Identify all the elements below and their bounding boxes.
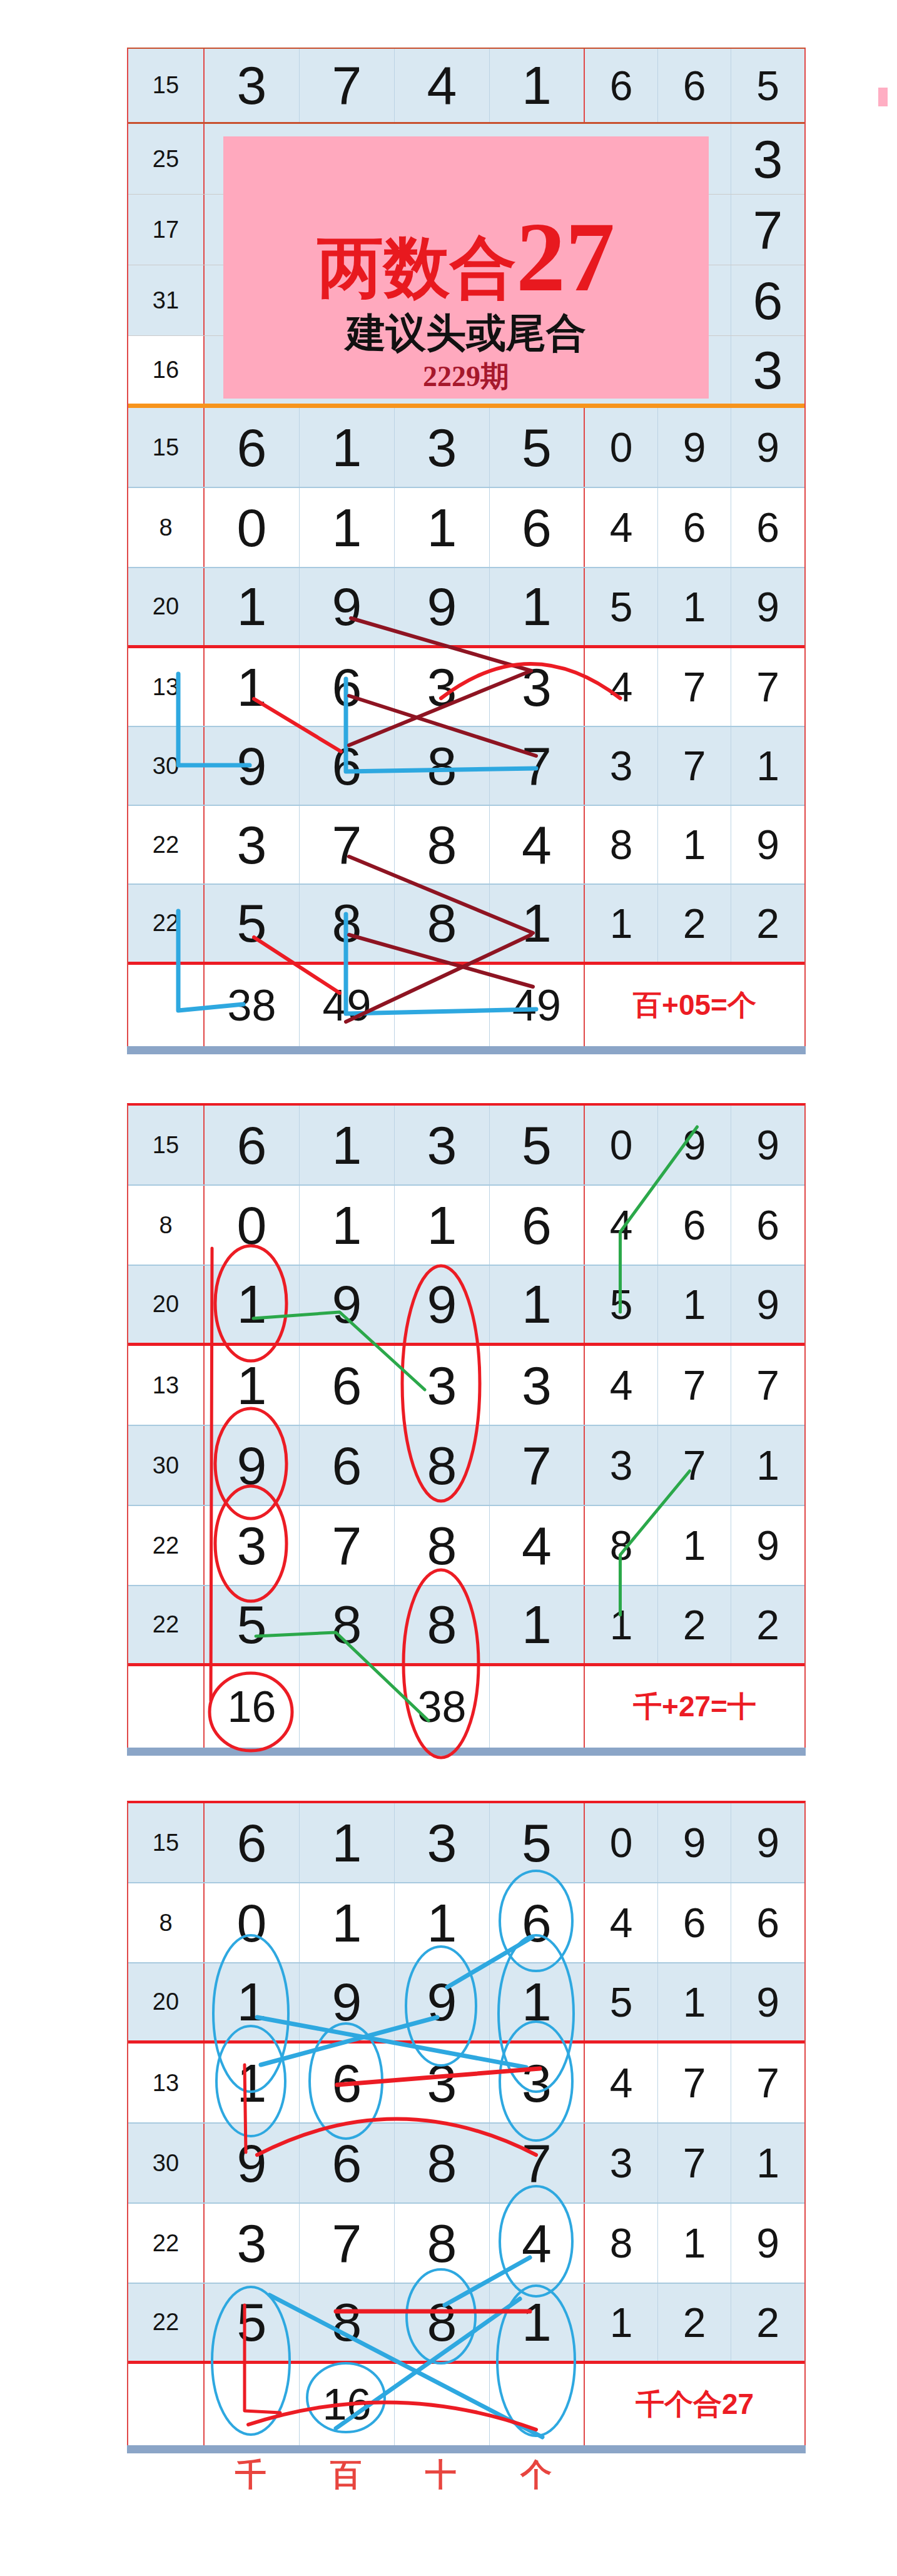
cell: 0 (585, 1106, 658, 1184)
cell: 7 (490, 1426, 585, 1505)
sum-cell (395, 2364, 490, 2445)
cell: 6 (300, 648, 395, 726)
cell: 0 (205, 488, 300, 567)
cell: 9 (395, 1963, 490, 2040)
banner-subtitle: 建议头或尾合 (346, 310, 586, 357)
row-30: 309687371 (128, 727, 804, 806)
cell: 6 (205, 1803, 300, 1882)
cell: 1 (658, 2204, 731, 2283)
cell: 7 (731, 2044, 804, 2122)
banner-title-text: 两数合 (317, 235, 516, 302)
cell: 5 (731, 49, 804, 122)
cell: 5 (585, 568, 658, 645)
cell: 1 (300, 1186, 395, 1265)
cell: 1 (395, 1883, 490, 1962)
bottom-axis: 千 百 十 个 (0, 2454, 897, 2498)
cell: 6 (300, 2044, 395, 2122)
row-20: 201991519 (128, 1963, 804, 2044)
cell: 2 (658, 885, 731, 962)
cell: 6 (731, 488, 804, 567)
cell: 0 (205, 1883, 300, 1962)
row-footer: 1638千+27=十 (128, 1666, 804, 1748)
row-15: 156135099 (128, 1106, 804, 1186)
cell: 8 (300, 1586, 395, 1663)
banner-title-line: 两数合27 (317, 208, 615, 307)
row-label: 20 (128, 568, 205, 645)
cell: 1 (395, 488, 490, 567)
cell: 6 (731, 265, 804, 335)
sum-cell (205, 2364, 300, 2445)
row-label: 22 (128, 2284, 205, 2361)
sum-cell: 49 (490, 965, 585, 1046)
cell: 6 (300, 1346, 395, 1425)
row-label: 8 (128, 1186, 205, 1265)
cell: 0 (205, 1186, 300, 1265)
cell: 3 (205, 806, 300, 883)
cell: 1 (490, 1266, 585, 1343)
cell: 1 (300, 488, 395, 567)
lottery-analysis-sheet: 1537416652531773161631561350998011646620… (0, 0, 897, 2576)
row-footer: 384949百+05=个 (128, 965, 804, 1046)
cell: 1 (205, 568, 300, 645)
row-label: 22 (128, 1506, 205, 1585)
cell: 8 (585, 806, 658, 883)
table-bottom-bar (127, 1748, 806, 1756)
cell: 7 (731, 195, 804, 265)
row-label: 15 (128, 49, 205, 122)
row-label: 13 (128, 648, 205, 726)
cell: 2 (658, 1586, 731, 1663)
cell: 3 (395, 2044, 490, 2122)
table-middle: 1561350998011646620199151913163347730968… (127, 1103, 806, 1748)
pink-corner-mark (878, 88, 888, 106)
row-label: 13 (128, 1346, 205, 1425)
row-label (128, 2364, 205, 2445)
cell: 3 (205, 49, 300, 122)
cell: 1 (300, 1883, 395, 1962)
cell: 0 (585, 408, 658, 487)
cell: 9 (731, 1963, 804, 2040)
cell: 1 (300, 408, 395, 487)
cell: 5 (205, 885, 300, 962)
cell: 9 (731, 408, 804, 487)
cell: 1 (585, 885, 658, 962)
cell: 3 (490, 648, 585, 726)
cell: 6 (731, 1883, 804, 1962)
row-15: 156135099 (128, 408, 804, 488)
cell: 8 (395, 727, 490, 805)
row-22: 225881122 (128, 885, 804, 965)
row-label: 15 (128, 1803, 205, 1882)
cell: 8 (395, 1586, 490, 1663)
row-22: 223784819 (128, 1506, 804, 1586)
row-13: 131633477 (128, 2044, 804, 2124)
cell: 4 (490, 806, 585, 883)
cell: 6 (658, 49, 731, 122)
row-footer: 16千个合27 (128, 2364, 804, 2445)
cell: 6 (658, 488, 731, 567)
cell: 6 (300, 1426, 395, 1505)
prediction-banner: 两数合27 建议头或尾合 2229期 (223, 136, 709, 399)
cell: 4 (585, 488, 658, 567)
cell: 2 (731, 2284, 804, 2361)
note-text: 千+27=十 (585, 1666, 804, 1748)
cell: 1 (490, 885, 585, 962)
cell: 7 (658, 1346, 731, 1425)
cell: 7 (658, 648, 731, 726)
row-label: 17 (128, 195, 205, 265)
axis-label-thousands: 千 (226, 2454, 276, 2496)
cell: 7 (658, 1426, 731, 1505)
cell: 3 (395, 648, 490, 726)
cell: 1 (395, 1186, 490, 1265)
axis-label-ones: 个 (511, 2454, 561, 2496)
row-30: 309687371 (128, 2124, 804, 2204)
cell: 9 (395, 1266, 490, 1343)
cell: 6 (490, 1883, 585, 1962)
row-label: 8 (128, 1883, 205, 1962)
note-text: 千个合27 (585, 2364, 804, 2445)
cell: 7 (490, 727, 585, 805)
cell: 3 (395, 1346, 490, 1425)
cell: 9 (658, 408, 731, 487)
cell: 9 (205, 1426, 300, 1505)
cell: 9 (658, 1106, 731, 1184)
sum-cell (395, 965, 490, 1046)
sum-cell (490, 1666, 585, 1748)
cell: 8 (300, 2284, 395, 2361)
cell: 9 (731, 2204, 804, 2283)
cell: 6 (585, 49, 658, 122)
cell: 6 (490, 1186, 585, 1265)
cell: 9 (205, 2124, 300, 2202)
cell: 7 (300, 2204, 395, 2283)
cell: 4 (585, 1186, 658, 1265)
axis-label-tens: 十 (416, 2454, 466, 2496)
cell: 6 (490, 488, 585, 567)
cell: 9 (300, 1963, 395, 2040)
cell: 3 (585, 727, 658, 805)
cell: 1 (658, 1963, 731, 2040)
cell: 3 (731, 124, 804, 194)
cell: 1 (658, 1266, 731, 1343)
cell: 9 (300, 568, 395, 645)
row-label: 25 (128, 124, 205, 194)
cell: 2 (731, 1586, 804, 1663)
cell: 3 (490, 2044, 585, 2122)
row-label: 15 (128, 408, 205, 487)
row-13: 131633477 (128, 1346, 804, 1426)
cell: 9 (731, 1106, 804, 1184)
cell: 1 (205, 1963, 300, 2040)
cell: 9 (731, 1266, 804, 1343)
cell: 6 (300, 727, 395, 805)
row-label: 8 (128, 488, 205, 567)
cell: 5 (205, 2284, 300, 2361)
cell: 5 (205, 1586, 300, 1663)
cell: 7 (300, 49, 395, 122)
note-text: 百+05=个 (585, 965, 804, 1046)
cell: 8 (395, 806, 490, 883)
cell: 1 (205, 1266, 300, 1343)
cell: 4 (585, 2044, 658, 2122)
cell: 8 (300, 885, 395, 962)
cell: 9 (731, 806, 804, 883)
row-30: 309687371 (128, 1426, 804, 1506)
table-bottom-bar (127, 2445, 806, 2453)
sum-cell: 49 (300, 965, 395, 1046)
cell: 1 (205, 1346, 300, 1425)
cell: 1 (490, 568, 585, 645)
cell: 9 (731, 1506, 804, 1585)
cell: 8 (585, 1506, 658, 1585)
cell: 1 (731, 727, 804, 805)
cell: 1 (205, 2044, 300, 2122)
sum-cell: 38 (205, 965, 300, 1046)
row-label: 16 (128, 336, 205, 404)
row-label: 30 (128, 727, 205, 805)
cell: 6 (205, 408, 300, 487)
sum-cell: 16 (205, 1666, 300, 1748)
row-label (128, 965, 205, 1046)
cell: 6 (205, 1106, 300, 1184)
sum-cell: 38 (395, 1666, 490, 1748)
row-8: 80116466 (128, 1186, 804, 1266)
row-22: 225881122 (128, 2284, 804, 2364)
row-label: 22 (128, 806, 205, 883)
cell: 1 (585, 1586, 658, 1663)
cell: 9 (658, 1803, 731, 1882)
cell: 7 (731, 648, 804, 726)
cell: 8 (395, 1426, 490, 1505)
table-bottom: 1561350998011646620199151913163347730968… (127, 1801, 806, 2445)
cell: 3 (585, 1426, 658, 1505)
cell: 7 (658, 727, 731, 805)
cell: 8 (395, 885, 490, 962)
row-label: 22 (128, 885, 205, 962)
cell: 8 (585, 2204, 658, 2283)
row-label: 30 (128, 2124, 205, 2202)
cell: 1 (300, 1803, 395, 1882)
cell: 9 (395, 568, 490, 645)
cell: 5 (490, 1803, 585, 1882)
cell: 4 (585, 648, 658, 726)
cell: 1 (731, 1426, 804, 1505)
cell: 8 (395, 2204, 490, 2283)
cell: 6 (658, 1883, 731, 1962)
cell: 4 (585, 1883, 658, 1962)
cell: 1 (585, 2284, 658, 2361)
row-label: 31 (128, 265, 205, 335)
cell: 6 (658, 1186, 731, 1265)
cell: 3 (205, 1506, 300, 1585)
row-label: 13 (128, 2044, 205, 2122)
cell: 1 (490, 1963, 585, 2040)
cell: 2 (658, 2284, 731, 2361)
row-8: 80116466 (128, 488, 804, 568)
cell: 3 (585, 2124, 658, 2202)
cell: 1 (658, 568, 731, 645)
row-label: 20 (128, 1266, 205, 1343)
cell: 2 (731, 885, 804, 962)
cell: 9 (300, 1266, 395, 1343)
cell: 4 (395, 49, 490, 122)
cell: 8 (395, 2284, 490, 2361)
cell: 3 (490, 1346, 585, 1425)
cell: 4 (585, 1346, 658, 1425)
row-label (128, 1666, 205, 1748)
cell: 5 (490, 1106, 585, 1184)
cell: 4 (490, 1506, 585, 1585)
row-8: 80116466 (128, 1883, 804, 1963)
cell: 8 (395, 2124, 490, 2202)
cell: 9 (731, 568, 804, 645)
row-label: 20 (128, 1963, 205, 2040)
row-label: 30 (128, 1426, 205, 1505)
cell: 1 (490, 2284, 585, 2361)
cell: 1 (658, 1506, 731, 1585)
table-bottom-bar (127, 1046, 806, 1054)
row-15: 153741665 (128, 49, 804, 124)
cell: 3 (395, 408, 490, 487)
cell: 3 (395, 1106, 490, 1184)
cell: 7 (658, 2044, 731, 2122)
cell: 3 (205, 2204, 300, 2283)
axis-label-hundreds: 百 (321, 2454, 371, 2496)
cell: 7 (731, 1346, 804, 1425)
cell: 1 (731, 2124, 804, 2202)
cell: 0 (585, 1803, 658, 1882)
cell: 6 (300, 2124, 395, 2202)
cell: 9 (205, 727, 300, 805)
row-13: 131633477 (128, 648, 804, 727)
row-15: 156135099 (128, 1803, 804, 1883)
sum-cell (300, 1666, 395, 1748)
cell: 7 (490, 2124, 585, 2202)
cell: 5 (490, 408, 585, 487)
cell: 8 (395, 1506, 490, 1585)
cell: 1 (300, 1106, 395, 1184)
cell: 6 (731, 1186, 804, 1265)
cell: 9 (731, 1803, 804, 1882)
row-label: 22 (128, 1586, 205, 1663)
row-label: 22 (128, 2204, 205, 2283)
cell: 7 (300, 806, 395, 883)
banner-issue-number: 2229期 (423, 359, 509, 394)
cell: 3 (395, 1803, 490, 1882)
sum-cell (490, 2364, 585, 2445)
cell: 1 (490, 1586, 585, 1663)
cell: 3 (731, 336, 804, 404)
banner-title-number: 27 (516, 208, 615, 307)
cell: 1 (205, 648, 300, 726)
row-22: 225881122 (128, 1586, 804, 1666)
cell: 1 (490, 49, 585, 122)
sum-cell: 16 (300, 2364, 395, 2445)
cell: 7 (300, 1506, 395, 1585)
row-22: 223784819 (128, 806, 804, 885)
row-20: 201991519 (128, 1266, 804, 1346)
row-22: 223784819 (128, 2204, 804, 2284)
cell: 7 (658, 2124, 731, 2202)
cell: 5 (585, 1963, 658, 2040)
row-20: 201991519 (128, 568, 804, 648)
cell: 4 (490, 2204, 585, 2283)
row-label: 15 (128, 1106, 205, 1184)
cell: 5 (585, 1266, 658, 1343)
cell: 1 (658, 806, 731, 883)
